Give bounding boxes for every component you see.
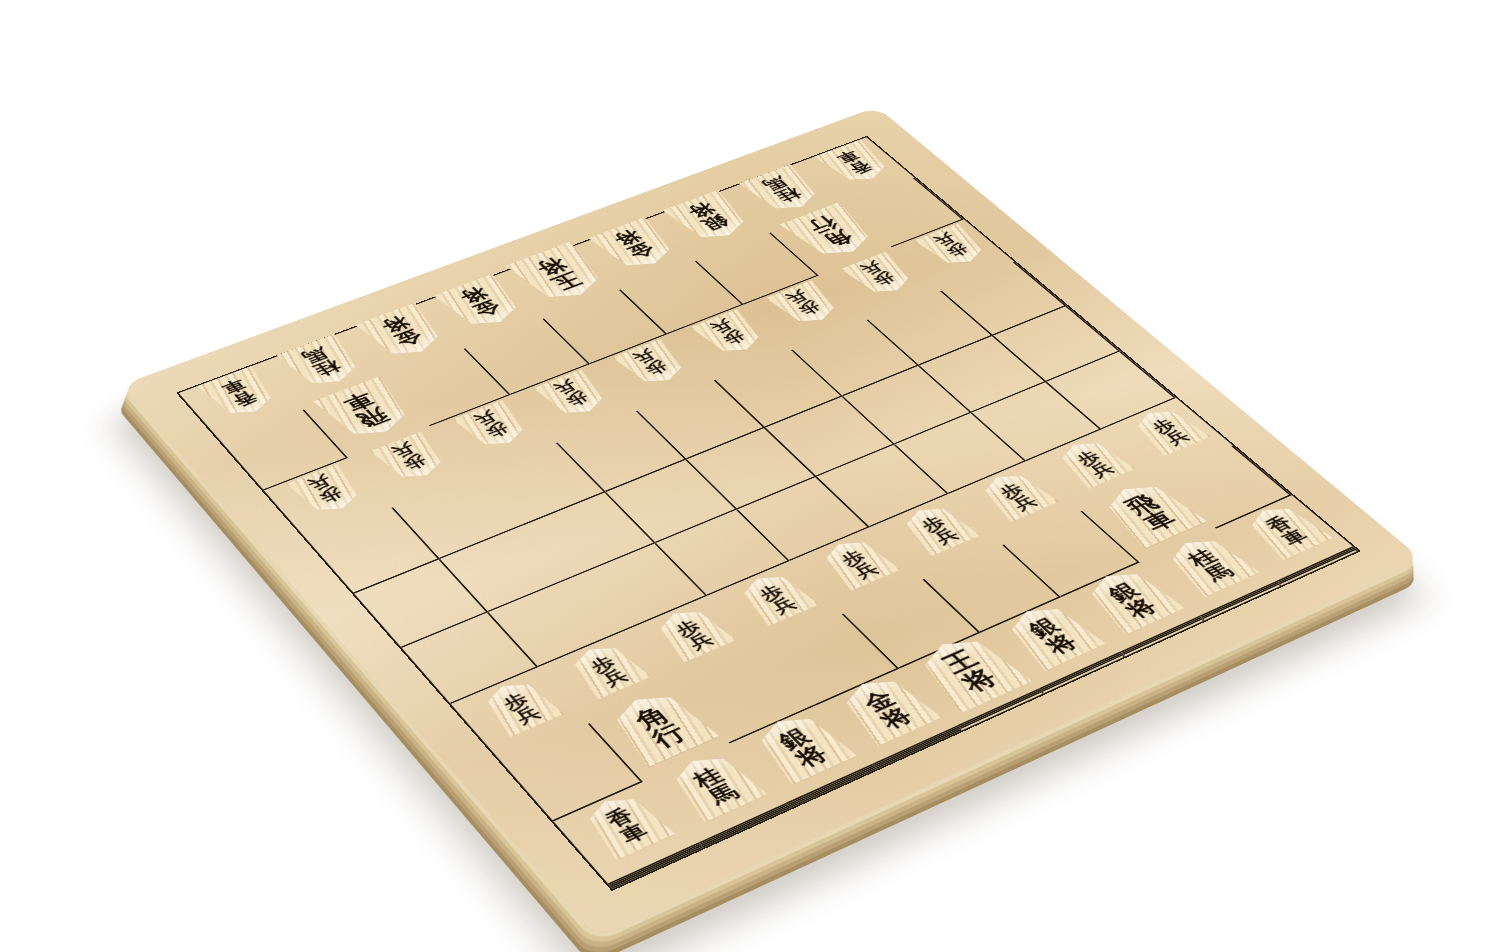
piece-kanji-bottom: 車 (1278, 527, 1312, 548)
knight-piece[interactable]: 桂馬 (1157, 531, 1261, 598)
knight-piece[interactable]: 桂馬 (660, 747, 769, 823)
knight-piece[interactable]: 桂馬 (738, 164, 829, 217)
knight-piece[interactable]: 桂馬 (275, 333, 369, 392)
silver-piece[interactable]: 銀将 (662, 189, 759, 246)
shogi-board: 香車桂馬金将金将玉将金将銀将桂馬香車飛車角行歩兵歩兵歩兵歩兵歩兵歩兵歩兵歩兵歩兵… (121, 107, 1422, 939)
gold-piece[interactable]: 金将 (354, 302, 453, 363)
pawn-piece[interactable]: 歩兵 (840, 251, 921, 299)
shogi-scene: 香車桂馬金将金将玉将金将銀将桂馬香車飛車角行歩兵歩兵歩兵歩兵歩兵歩兵歩兵歩兵歩兵… (284, 0, 1224, 940)
photo-background: 香車桂馬金将金将玉将金将銀将桂馬香車飛車角行歩兵歩兵歩兵歩兵歩兵歩兵歩兵歩兵歩兵… (0, 0, 1500, 952)
lance-piece[interactable]: 香車 (197, 366, 285, 422)
gold-piece[interactable]: 金将 (587, 217, 684, 275)
board-perspective-wrapper: 香車桂馬金将金将玉将金将銀将桂馬香車飛車角行歩兵歩兵歩兵歩兵歩兵歩兵歩兵歩兵歩兵… (121, 107, 1422, 939)
piece-kanji-bottom: 兵 (1087, 460, 1118, 479)
piece-kanji-bottom: 車 (1139, 508, 1181, 534)
pawn-piece[interactable]: 歩兵 (370, 432, 454, 486)
lance-piece[interactable]: 香車 (813, 139, 897, 187)
board-grid: 香車桂馬金将金将玉将金将銀将桂馬香車飛車角行歩兵歩兵歩兵歩兵歩兵歩兵歩兵歩兵歩兵… (176, 136, 1361, 891)
gold-piece[interactable]: 金将 (433, 273, 531, 333)
pawn-piece[interactable]: 歩兵 (647, 603, 737, 663)
piece-kanji-bottom: 兵 (1162, 428, 1193, 447)
